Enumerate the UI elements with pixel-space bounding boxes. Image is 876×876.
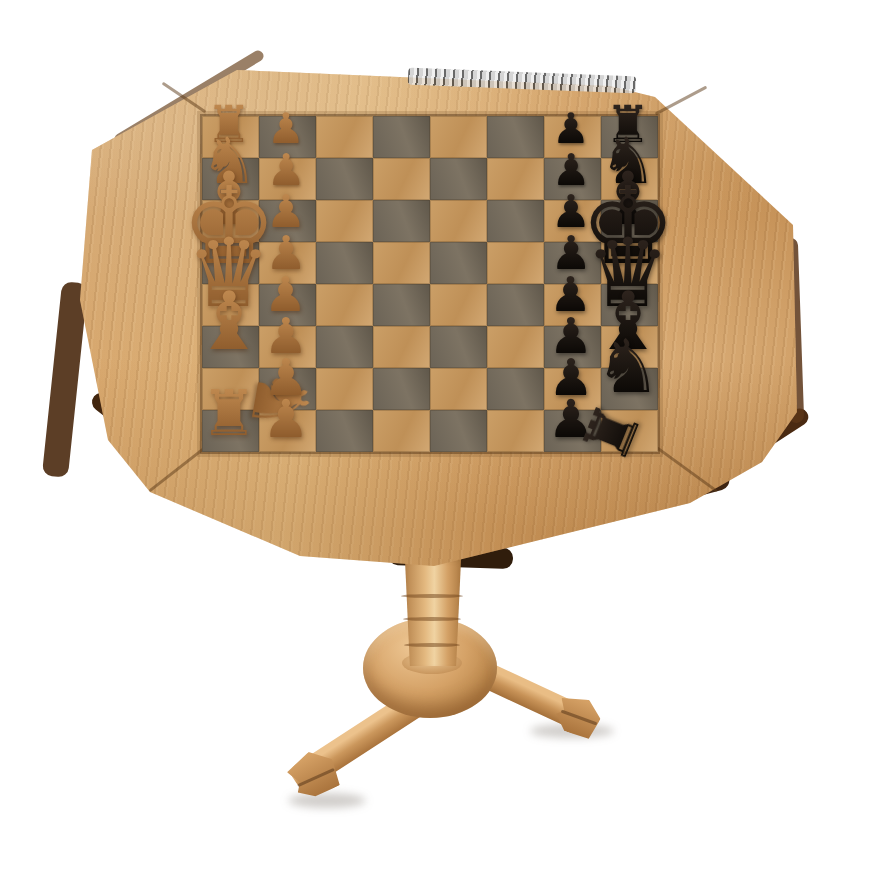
chess-piece-white-pawn-h2: ♟ xyxy=(267,107,305,149)
column-ring-groove xyxy=(404,643,460,647)
chess-piece-black-knight-b8: ♞ xyxy=(594,329,661,403)
chess-piece-black-pawn-h7: ♟ xyxy=(552,107,590,149)
foot-shadow xyxy=(288,793,366,808)
chess-piece-white-rook-a1: ♜ xyxy=(200,382,257,445)
column-ring-groove xyxy=(401,594,463,598)
chess-pieces-layer: ♜♞♝♚♛♝♞♜♟♟♟♟♟♟♟♟♟♟♟♟♟♟♟♟♜♞♝♚♛♝♞♜ xyxy=(200,114,656,450)
chess-piece-white-pawn-a2: ♟ xyxy=(262,392,309,444)
column-ring-groove xyxy=(403,617,461,621)
chess-table-photo: ♜♞♝♚♛♝♞♜♟♟♟♟♟♟♟♟♟♟♟♟♟♟♟♟♜♞♝♚♛♝♞♜ xyxy=(0,0,876,876)
chess-piece-white-bishop-c1: ♝ xyxy=(192,281,264,361)
